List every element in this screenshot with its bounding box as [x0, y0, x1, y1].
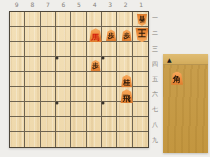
piece-sente-44[interactable]: 歩 — [90, 60, 101, 72]
rank-label: 八 — [151, 118, 159, 133]
piece-glyph: 歩 — [123, 33, 130, 41]
piece-glyph: 王 — [138, 28, 147, 38]
file-label: 6 — [56, 1, 72, 9]
piece-glyph: 飛 — [123, 94, 131, 104]
hand-piece-kaku[interactable]: 角 — [171, 71, 184, 85]
piece-sente-32[interactable]: 歩 — [106, 30, 117, 42]
piece-sente-42[interactable]: 馬 — [89, 28, 102, 42]
piece-sente-25[interactable]: 桂 — [121, 75, 133, 88]
rank-label: 五 — [151, 72, 159, 87]
rank-label: 四 — [151, 57, 159, 72]
pieces-layer: 香馬歩歩王歩桂飛 — [10, 12, 148, 147]
file-label: 1 — [134, 1, 150, 9]
komadai-top-band: ▲ — [163, 54, 208, 65]
piece-glyph: 桂 — [123, 79, 130, 88]
piece-glyph: 歩 — [108, 33, 115, 41]
rank-label: 三 — [151, 41, 159, 56]
rank-label: 七 — [151, 102, 159, 117]
file-labels: 987654321 — [9, 1, 149, 9]
file-label: 7 — [40, 1, 56, 9]
sente-marker-icon: ▲ — [167, 56, 172, 63]
komadai-sente: ▲ 角 — [163, 54, 208, 153]
rank-labels: 一二三四五六七八九 — [151, 11, 159, 148]
file-label: 5 — [71, 1, 87, 9]
shogi-board: 香馬歩歩王歩桂飛 — [9, 11, 149, 148]
file-label: 2 — [118, 1, 134, 9]
piece-glyph: 香 — [139, 14, 146, 22]
rank-label: 九 — [151, 133, 159, 148]
piece-glyph: 馬 — [92, 33, 100, 43]
file-label: 3 — [102, 1, 118, 9]
rank-label: 六 — [151, 87, 159, 102]
piece-sente-26[interactable]: 飛 — [120, 89, 133, 103]
hand-piece-glyph: 角 — [173, 75, 181, 85]
rank-label: 二 — [151, 26, 159, 41]
file-label: 8 — [25, 1, 41, 9]
piece-gote-12[interactable]: 王 — [135, 28, 149, 43]
file-label: 4 — [87, 1, 103, 9]
rank-label: 一 — [151, 11, 159, 26]
file-label: 9 — [9, 1, 25, 9]
piece-gote-11[interactable]: 香 — [137, 14, 148, 26]
piece-glyph: 歩 — [92, 64, 99, 72]
piece-sente-22[interactable]: 歩 — [121, 30, 132, 42]
